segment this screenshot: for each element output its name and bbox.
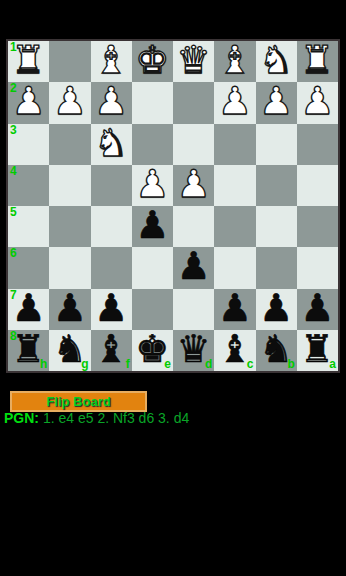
square-b2[interactable]: ♟ [256,82,297,123]
file-label: c [247,358,254,371]
pgn-line: PGN: 1. e4 e5 2. Nf3 d6 3. d4 [4,410,342,426]
white-knight-piece: ♞ [259,40,293,81]
square-a8[interactable]: a♜ [297,330,338,371]
black-rook-piece: ♜ [300,329,334,370]
rank-label: 8 [10,329,17,343]
square-h7[interactable]: 7♟ [8,289,49,330]
rank-label: 7 [10,288,17,302]
square-h1[interactable]: 1♜ [8,41,49,82]
square-a7[interactable]: ♟ [297,289,338,330]
square-c1[interactable]: ♝ [214,41,255,82]
white-pawn-piece: ♟ [12,81,46,122]
black-pawn-piece: ♟ [259,288,293,329]
white-pawn-piece: ♟ [135,164,169,205]
square-h4[interactable]: 4 [8,165,49,206]
square-g3[interactable] [49,124,90,165]
square-d1[interactable]: ♛ [173,41,214,82]
square-d6[interactable]: ♟ [173,247,214,288]
square-d4[interactable]: ♟ [173,165,214,206]
square-e4[interactable]: ♟ [132,165,173,206]
file-label: d [205,358,212,371]
square-g8[interactable]: g♞ [49,330,90,371]
square-f3[interactable]: ♞ [91,124,132,165]
black-pawn-piece: ♟ [135,205,169,246]
square-e6[interactable] [132,247,173,288]
square-f5[interactable] [91,206,132,247]
square-c8[interactable]: c♝ [214,330,255,371]
square-d7[interactable] [173,289,214,330]
square-e5[interactable]: ♟ [132,206,173,247]
square-a3[interactable] [297,124,338,165]
square-f1[interactable]: ♝ [91,41,132,82]
square-b4[interactable] [256,165,297,206]
square-d2[interactable] [173,82,214,123]
square-f7[interactable]: ♟ [91,289,132,330]
square-c5[interactable] [214,206,255,247]
white-pawn-piece: ♟ [94,81,128,122]
square-g7[interactable]: ♟ [49,289,90,330]
black-pawn-piece: ♟ [177,246,211,287]
file-label: f [126,358,130,371]
rank-label: 4 [10,164,17,178]
square-e8[interactable]: e♚ [132,330,173,371]
square-g2[interactable]: ♟ [49,82,90,123]
square-b5[interactable] [256,206,297,247]
rank-label: 2 [10,81,17,95]
square-b7[interactable]: ♟ [256,289,297,330]
black-rook-piece: ♜ [12,329,46,370]
square-e3[interactable] [132,124,173,165]
flip-board-button[interactable]: Flip Board [10,391,147,412]
file-label: g [81,358,88,371]
white-pawn-piece: ♟ [259,81,293,122]
black-bishop-piece: ♝ [218,329,252,370]
black-pawn-piece: ♟ [53,288,87,329]
white-pawn-piece: ♟ [218,81,252,122]
black-king-piece: ♚ [135,329,169,370]
square-f2[interactable]: ♟ [91,82,132,123]
square-c2[interactable]: ♟ [214,82,255,123]
white-pawn-piece: ♟ [300,81,334,122]
white-queen-piece: ♛ [177,40,211,81]
square-b8[interactable]: b♞ [256,330,297,371]
square-a2[interactable]: ♟ [297,82,338,123]
square-d3[interactable] [173,124,214,165]
black-knight-piece: ♞ [53,329,87,370]
rank-label: 5 [10,205,17,219]
square-g6[interactable] [49,247,90,288]
square-a1[interactable]: ♜ [297,41,338,82]
black-queen-piece: ♛ [177,329,211,370]
black-pawn-piece: ♟ [300,288,334,329]
file-label: h [40,358,47,371]
square-e2[interactable] [132,82,173,123]
square-h2[interactable]: 2♟ [8,82,49,123]
black-pawn-piece: ♟ [218,288,252,329]
square-h5[interactable]: 5 [8,206,49,247]
square-c3[interactable] [214,124,255,165]
square-f8[interactable]: f♝ [91,330,132,371]
square-f6[interactable] [91,247,132,288]
square-e1[interactable]: ♚ [132,41,173,82]
rank-label: 3 [10,123,17,137]
square-h3[interactable]: 3 [8,124,49,165]
file-label: e [164,358,171,371]
square-b1[interactable]: ♞ [256,41,297,82]
square-f4[interactable] [91,165,132,206]
square-g5[interactable] [49,206,90,247]
square-c7[interactable]: ♟ [214,289,255,330]
black-knight-piece: ♞ [259,329,293,370]
square-c4[interactable] [214,165,255,206]
square-d5[interactable] [173,206,214,247]
square-b3[interactable] [256,124,297,165]
white-bishop-piece: ♝ [218,40,252,81]
square-b6[interactable] [256,247,297,288]
square-a4[interactable] [297,165,338,206]
square-h6[interactable]: 6 [8,247,49,288]
white-king-piece: ♚ [135,40,169,81]
square-d8[interactable]: d♛ [173,330,214,371]
square-h8[interactable]: 8h♜ [8,330,49,371]
black-pawn-piece: ♟ [94,288,128,329]
white-rook-piece: ♜ [12,40,46,81]
app-background: { "game": "chess", "position": { "fen": … [0,0,346,576]
square-e7[interactable] [132,289,173,330]
square-c6[interactable] [214,247,255,288]
black-bishop-piece: ♝ [94,329,128,370]
file-label: a [329,358,336,371]
rank-label: 6 [10,246,17,260]
white-pawn-piece: ♟ [177,164,211,205]
square-g1[interactable] [49,41,90,82]
chess-board: 1♜♝♚♛♝♞♜2♟♟♟♟♟♟3♞4♟♟5♟6♟7♟♟♟♟♟♟8h♜g♞f♝e♚… [6,39,340,373]
white-pawn-piece: ♟ [53,81,87,122]
white-knight-piece: ♞ [94,123,128,164]
pgn-moves: 1. e4 e5 2. Nf3 d6 3. d4 [43,410,189,426]
square-g4[interactable] [49,165,90,206]
rank-label: 1 [10,40,17,54]
white-rook-piece: ♜ [300,40,334,81]
square-a6[interactable] [297,247,338,288]
square-a5[interactable] [297,206,338,247]
pgn-label: PGN: [4,410,39,426]
file-label: b [287,358,294,371]
black-pawn-piece: ♟ [12,288,46,329]
white-bishop-piece: ♝ [94,40,128,81]
